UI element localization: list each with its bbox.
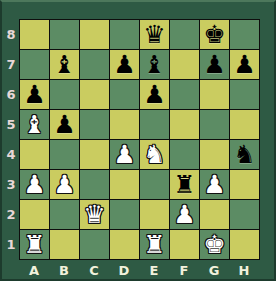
square-g7[interactable]: ♟ <box>200 50 229 79</box>
rank-label-3: 3 <box>2 169 20 199</box>
square-c3[interactable] <box>80 170 109 199</box>
square-e4[interactable]: ♞ <box>140 140 169 169</box>
square-e6[interactable]: ♟ <box>140 80 169 109</box>
piece-black-bishop[interactable]: ♝ <box>53 50 75 79</box>
square-f8[interactable] <box>170 20 199 49</box>
square-b4[interactable] <box>50 140 79 169</box>
square-a6[interactable]: ♟ <box>20 80 49 109</box>
square-d6[interactable] <box>110 80 139 109</box>
piece-black-pawn[interactable]: ♟ <box>23 80 45 109</box>
file-label-h: H <box>229 261 259 279</box>
square-h7[interactable]: ♟ <box>230 50 259 79</box>
square-h2[interactable] <box>230 200 259 229</box>
file-label-e: E <box>139 261 169 279</box>
square-f3[interactable]: ♜ <box>170 170 199 199</box>
piece-white-pawn[interactable]: ♟ <box>53 170 75 199</box>
file-label-d: D <box>109 261 139 279</box>
square-e3[interactable] <box>140 170 169 199</box>
square-g3[interactable]: ♟ <box>200 170 229 199</box>
square-b5[interactable]: ♟ <box>50 110 79 139</box>
piece-black-rook[interactable]: ♜ <box>173 170 195 199</box>
square-f5[interactable] <box>170 110 199 139</box>
square-c5[interactable] <box>80 110 109 139</box>
file-label-g: G <box>199 261 229 279</box>
square-f2[interactable]: ♟ <box>170 200 199 229</box>
piece-black-pawn[interactable]: ♟ <box>233 50 255 79</box>
square-d7[interactable]: ♟ <box>110 50 139 79</box>
file-label-f: F <box>169 261 199 279</box>
square-d4[interactable]: ♟ <box>110 140 139 169</box>
square-g4[interactable] <box>200 140 229 169</box>
rank-label-4: 4 <box>2 139 20 169</box>
piece-white-rook[interactable]: ♜ <box>23 230 45 259</box>
square-g2[interactable] <box>200 200 229 229</box>
square-b8[interactable] <box>50 20 79 49</box>
square-a2[interactable] <box>20 200 49 229</box>
square-d5[interactable] <box>110 110 139 139</box>
rank-label-5: 5 <box>2 109 20 139</box>
piece-white-pawn[interactable]: ♟ <box>203 170 225 199</box>
file-label-c: C <box>79 261 109 279</box>
rank-labels: 8 7 6 5 4 3 2 1 <box>2 19 20 259</box>
file-label-a: A <box>19 261 49 279</box>
piece-black-pawn[interactable]: ♟ <box>113 50 135 79</box>
piece-white-knight[interactable]: ♞ <box>143 140 165 169</box>
square-g6[interactable] <box>200 80 229 109</box>
square-g5[interactable] <box>200 110 229 139</box>
square-d3[interactable] <box>110 170 139 199</box>
square-g1[interactable]: ♚ <box>200 230 229 259</box>
file-label-b: B <box>49 261 79 279</box>
square-c8[interactable] <box>80 20 109 49</box>
piece-black-bishop[interactable]: ♝ <box>143 50 165 79</box>
rank-label-7: 7 <box>2 49 20 79</box>
rank-label-2: 2 <box>2 199 20 229</box>
square-d1[interactable] <box>110 230 139 259</box>
rank-label-8: 8 <box>2 19 20 49</box>
piece-white-pawn[interactable]: ♟ <box>173 200 195 229</box>
piece-white-king[interactable]: ♚ <box>203 230 225 259</box>
piece-black-pawn[interactable]: ♟ <box>143 80 165 109</box>
square-c4[interactable] <box>80 140 109 169</box>
piece-white-rook[interactable]: ♜ <box>143 230 165 259</box>
square-f4[interactable] <box>170 140 199 169</box>
file-labels: A B C D E F G H <box>19 261 260 279</box>
chess-board-frame: 8 7 6 5 4 3 2 1 ♛♚♝♟♝♟♟♟♟♝♟♟♞♞♟♟♜♟♛♟♜♜♚ … <box>0 0 276 281</box>
square-h1[interactable] <box>230 230 259 259</box>
square-b2[interactable] <box>50 200 79 229</box>
square-e7[interactable]: ♝ <box>140 50 169 79</box>
square-a5[interactable]: ♝ <box>20 110 49 139</box>
square-g8[interactable]: ♚ <box>200 20 229 49</box>
square-d8[interactable] <box>110 20 139 49</box>
square-f7[interactable] <box>170 50 199 79</box>
square-a3[interactable]: ♟ <box>20 170 49 199</box>
square-h3[interactable] <box>230 170 259 199</box>
square-h4[interactable]: ♞ <box>230 140 259 169</box>
rank-label-1: 1 <box>2 229 20 259</box>
square-a7[interactable] <box>20 50 49 79</box>
square-f6[interactable] <box>170 80 199 109</box>
piece-black-knight[interactable]: ♞ <box>233 140 255 169</box>
piece-black-pawn[interactable]: ♟ <box>203 50 225 79</box>
piece-black-king[interactable]: ♚ <box>203 20 225 49</box>
piece-white-pawn[interactable]: ♟ <box>23 170 45 199</box>
piece-black-pawn[interactable]: ♟ <box>53 110 75 139</box>
piece-white-queen[interactable]: ♛ <box>83 200 105 229</box>
square-e1[interactable]: ♜ <box>140 230 169 259</box>
square-c2[interactable]: ♛ <box>80 200 109 229</box>
square-f1[interactable] <box>170 230 199 259</box>
rank-label-6: 6 <box>2 79 20 109</box>
square-h8[interactable] <box>230 20 259 49</box>
square-a8[interactable] <box>20 20 49 49</box>
square-a1[interactable]: ♜ <box>20 230 49 259</box>
square-h5[interactable] <box>230 110 259 139</box>
chess-board: ♛♚♝♟♝♟♟♟♟♝♟♟♞♞♟♟♜♟♛♟♜♜♚ <box>19 19 260 260</box>
square-e8[interactable]: ♛ <box>140 20 169 49</box>
square-b7[interactable]: ♝ <box>50 50 79 79</box>
square-c6[interactable] <box>80 80 109 109</box>
square-c7[interactable] <box>80 50 109 79</box>
piece-white-pawn[interactable]: ♟ <box>113 140 135 169</box>
square-b1[interactable] <box>50 230 79 259</box>
square-b6[interactable] <box>50 80 79 109</box>
square-a4[interactable] <box>20 140 49 169</box>
piece-black-queen[interactable]: ♛ <box>143 20 165 49</box>
square-d2[interactable] <box>110 200 139 229</box>
square-b3[interactable]: ♟ <box>50 170 79 199</box>
square-e2[interactable] <box>140 200 169 229</box>
piece-white-bishop[interactable]: ♝ <box>23 110 45 139</box>
square-c1[interactable] <box>80 230 109 259</box>
square-h6[interactable] <box>230 80 259 109</box>
square-e5[interactable] <box>140 110 169 139</box>
